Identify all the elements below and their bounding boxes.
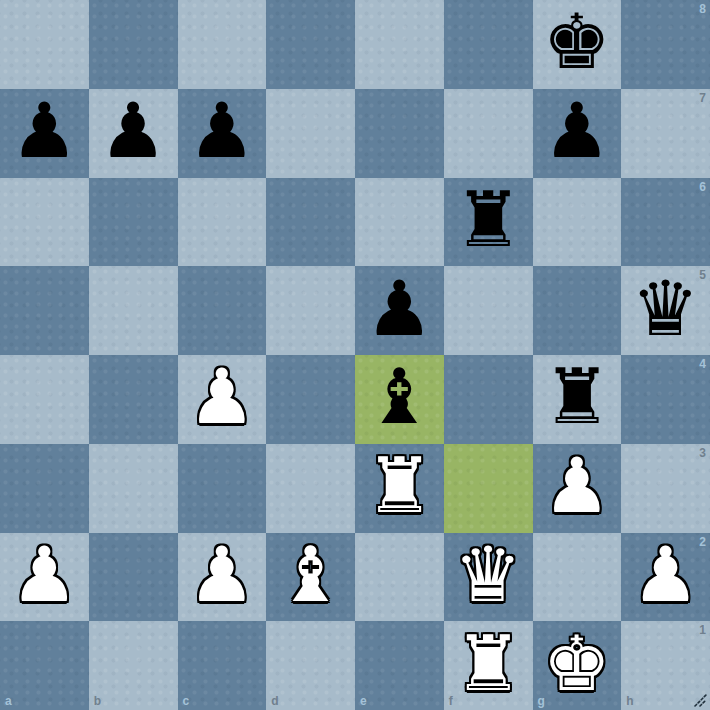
white-bishop[interactable]: ♝ — [277, 537, 345, 613]
file-label-e: e — [360, 695, 367, 707]
square-e3[interactable]: ♜ — [355, 444, 444, 533]
square-b2[interactable] — [89, 533, 178, 622]
square-f1[interactable]: f♜ — [444, 621, 533, 710]
square-g3[interactable]: ♟ — [533, 444, 622, 533]
white-pawn[interactable]: ♟ — [543, 448, 611, 524]
square-a3[interactable] — [0, 444, 89, 533]
square-h2[interactable]: 2♟ — [621, 533, 710, 622]
square-c7[interactable]: ♟ — [178, 89, 267, 178]
file-label-a: a — [5, 695, 12, 707]
black-pawn[interactable]: ♟ — [543, 93, 611, 169]
white-pawn[interactable]: ♟ — [188, 537, 256, 613]
square-d8[interactable] — [266, 0, 355, 89]
square-b1[interactable]: b — [89, 621, 178, 710]
white-rook[interactable]: ♜ — [454, 626, 522, 702]
square-d5[interactable] — [266, 266, 355, 355]
square-a2[interactable]: ♟ — [0, 533, 89, 622]
square-c2[interactable]: ♟ — [178, 533, 267, 622]
file-label-f: f — [449, 695, 453, 707]
square-g1[interactable]: g♚ — [533, 621, 622, 710]
square-h5[interactable]: 5♛ — [621, 266, 710, 355]
square-a8[interactable] — [0, 0, 89, 89]
black-pawn[interactable]: ♟ — [188, 93, 256, 169]
square-e7[interactable] — [355, 89, 444, 178]
black-pawn[interactable]: ♟ — [99, 93, 167, 169]
rank-label-4: 4 — [699, 358, 706, 370]
square-b3[interactable] — [89, 444, 178, 533]
black-pawn[interactable]: ♟ — [365, 271, 433, 347]
square-h7[interactable]: 7 — [621, 89, 710, 178]
square-h4[interactable]: 4 — [621, 355, 710, 444]
file-label-c: c — [183, 695, 190, 707]
rank-label-1: 1 — [699, 624, 706, 636]
rank-label-2: 2 — [699, 536, 706, 548]
square-c4[interactable]: ♟ — [178, 355, 267, 444]
square-e6[interactable] — [355, 178, 444, 267]
square-h8[interactable]: 8 — [621, 0, 710, 89]
square-f7[interactable] — [444, 89, 533, 178]
black-rook[interactable]: ♜ — [454, 182, 522, 258]
square-e1[interactable]: e — [355, 621, 444, 710]
file-label-h: h — [626, 695, 633, 707]
square-g4[interactable]: ♜ — [533, 355, 622, 444]
square-d6[interactable] — [266, 178, 355, 267]
square-b8[interactable] — [89, 0, 178, 89]
square-h6[interactable]: 6 — [621, 178, 710, 267]
square-f4[interactable] — [444, 355, 533, 444]
black-bishop[interactable]: ♝ — [365, 359, 433, 435]
file-label-d: d — [271, 695, 278, 707]
square-g6[interactable] — [533, 178, 622, 267]
square-f8[interactable] — [444, 0, 533, 89]
square-e8[interactable] — [355, 0, 444, 89]
chess-board: ♚8♟♟♟♟7♜6♟5♛♟♝♜4♜♟3♟♟♝♛2♟abcdef♜g♚1h — [0, 0, 710, 710]
square-f3[interactable] — [444, 444, 533, 533]
black-king[interactable]: ♚ — [543, 4, 611, 80]
square-a4[interactable] — [0, 355, 89, 444]
square-e5[interactable]: ♟ — [355, 266, 444, 355]
square-a6[interactable] — [0, 178, 89, 267]
square-a5[interactable] — [0, 266, 89, 355]
square-d7[interactable] — [266, 89, 355, 178]
square-f6[interactable]: ♜ — [444, 178, 533, 267]
square-h3[interactable]: 3 — [621, 444, 710, 533]
square-a1[interactable]: a — [0, 621, 89, 710]
square-f5[interactable] — [444, 266, 533, 355]
white-pawn[interactable]: ♟ — [188, 359, 256, 435]
square-d3[interactable] — [266, 444, 355, 533]
square-g7[interactable]: ♟ — [533, 89, 622, 178]
black-rook[interactable]: ♜ — [543, 359, 611, 435]
square-b4[interactable] — [89, 355, 178, 444]
white-pawn[interactable]: ♟ — [632, 537, 700, 613]
square-e4[interactable]: ♝ — [355, 355, 444, 444]
rank-label-6: 6 — [699, 181, 706, 193]
square-c5[interactable] — [178, 266, 267, 355]
square-a7[interactable]: ♟ — [0, 89, 89, 178]
square-b5[interactable] — [89, 266, 178, 355]
white-pawn[interactable]: ♟ — [10, 537, 78, 613]
square-d4[interactable] — [266, 355, 355, 444]
square-g8[interactable]: ♚ — [533, 0, 622, 89]
square-f2[interactable]: ♛ — [444, 533, 533, 622]
rank-label-7: 7 — [699, 92, 706, 104]
square-c8[interactable] — [178, 0, 267, 89]
square-d2[interactable]: ♝ — [266, 533, 355, 622]
file-label-b: b — [94, 695, 101, 707]
white-rook[interactable]: ♜ — [365, 448, 433, 524]
square-e2[interactable] — [355, 533, 444, 622]
square-d1[interactable]: d — [266, 621, 355, 710]
resize-handle-icon[interactable] — [692, 692, 707, 707]
black-queen[interactable]: ♛ — [632, 271, 700, 347]
rank-label-3: 3 — [699, 447, 706, 459]
square-c3[interactable] — [178, 444, 267, 533]
square-b7[interactable]: ♟ — [89, 89, 178, 178]
square-c1[interactable]: c — [178, 621, 267, 710]
square-g2[interactable] — [533, 533, 622, 622]
white-king[interactable]: ♚ — [543, 626, 611, 702]
square-b6[interactable] — [89, 178, 178, 267]
black-pawn[interactable]: ♟ — [10, 93, 78, 169]
white-queen[interactable]: ♛ — [454, 537, 522, 613]
square-c6[interactable] — [178, 178, 267, 267]
rank-label-5: 5 — [699, 269, 706, 281]
square-g5[interactable] — [533, 266, 622, 355]
rank-label-8: 8 — [699, 3, 706, 15]
